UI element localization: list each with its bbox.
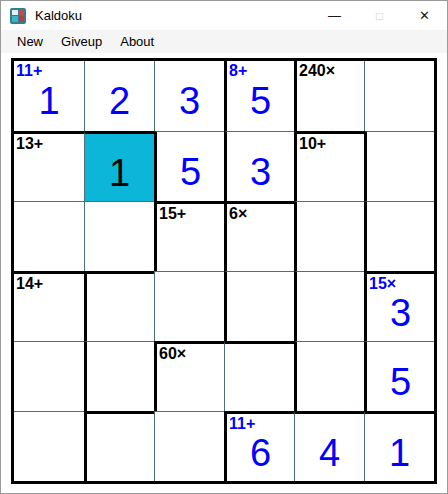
cell-r5c4[interactable]	[224, 341, 294, 411]
cage-clue: 15×	[369, 274, 396, 293]
cell-r6c3[interactable]	[154, 411, 224, 481]
cell-value: 3	[179, 72, 200, 120]
cage-clue: 60×	[159, 344, 186, 363]
cell-value: 5	[390, 353, 411, 401]
cage-clue: 14+	[16, 274, 43, 293]
cell-r4c5[interactable]	[294, 271, 364, 341]
cage-clue: 15+	[159, 204, 186, 223]
cage-clue: 240×	[299, 61, 335, 80]
kaldoku-board: 11+1238+5240×13+15310+15+6×14+15×360×511…	[11, 58, 437, 484]
cage-clue: 6×	[229, 204, 247, 223]
cell-value: 5	[250, 72, 271, 120]
cell-r3c2[interactable]	[84, 201, 154, 271]
maximize-icon[interactable]: □	[357, 1, 402, 30]
close-icon[interactable]: ✕	[402, 1, 447, 30]
cell-r2c2[interactable]: 1	[84, 131, 154, 201]
cell-r6c4[interactable]: 11+6	[224, 411, 294, 481]
app-icon-tile	[12, 16, 18, 22]
cell-r3c5[interactable]	[294, 201, 364, 271]
cell-r1c1[interactable]: 11+1	[14, 61, 84, 131]
cage-clue: 13+	[16, 134, 43, 153]
cell-r2c4[interactable]: 3	[224, 131, 294, 201]
cell-r2c5[interactable]: 10+	[294, 131, 364, 201]
app-icon-tile	[19, 10, 25, 16]
board-area: 11+1238+5240×13+15310+15+6×14+15×360×511…	[11, 58, 447, 484]
cell-r6c2[interactable]	[84, 411, 154, 481]
menu-item-about[interactable]: About	[111, 30, 163, 53]
cell-r4c1[interactable]: 14+	[14, 271, 84, 341]
cell-r1c5[interactable]: 240×	[294, 61, 364, 131]
app-icon	[10, 8, 26, 24]
cell-r2c6[interactable]	[364, 131, 434, 201]
cell-r1c2[interactable]: 2	[84, 61, 154, 131]
cage-clue: 11+	[16, 61, 42, 80]
app-icon-tile	[19, 16, 25, 22]
cell-value: 5	[180, 143, 201, 191]
cage-clue: 11+	[229, 414, 255, 433]
menu-item-giveup[interactable]: Giveup	[52, 30, 111, 53]
cell-value: 1	[389, 424, 410, 472]
cell-r3c4[interactable]: 6×	[224, 201, 294, 271]
cell-r6c5[interactable]: 4	[294, 411, 364, 481]
minimize-icon[interactable]: —	[312, 1, 357, 30]
cell-r2c3[interactable]: 5	[154, 131, 224, 201]
cell-r5c1[interactable]	[14, 341, 84, 411]
cell-r1c3[interactable]: 3	[154, 61, 224, 131]
cell-r4c2[interactable]	[84, 271, 154, 341]
cell-r4c4[interactable]	[224, 271, 294, 341]
window-controls: — □ ✕	[312, 1, 447, 30]
cell-r5c3[interactable]: 60×	[154, 341, 224, 411]
cell-value: 3	[250, 143, 271, 191]
cell-r6c1[interactable]	[14, 411, 84, 481]
cell-r5c5[interactable]	[294, 341, 364, 411]
menubar: New Giveup About	[1, 30, 447, 53]
titlebar: Kaldoku — □ ✕	[1, 1, 447, 30]
cell-value: 4	[319, 424, 340, 472]
cage-clue: 8+	[229, 61, 247, 80]
cell-value: 1	[109, 144, 130, 192]
cell-r1c6[interactable]	[364, 61, 434, 131]
cell-r3c6[interactable]	[364, 201, 434, 271]
cell-value: 2	[109, 72, 130, 120]
cell-r1c4[interactable]: 8+5	[224, 61, 294, 131]
cell-r2c1[interactable]: 13+	[14, 131, 84, 201]
cell-r5c6[interactable]: 5	[364, 341, 434, 411]
cell-r4c3[interactable]	[154, 271, 224, 341]
cell-r4c6[interactable]: 15×3	[364, 271, 434, 341]
cell-r5c2[interactable]	[84, 341, 154, 411]
cell-r3c3[interactable]: 15+	[154, 201, 224, 271]
menu-item-new[interactable]: New	[8, 30, 52, 53]
window-title: Kaldoku	[35, 8, 82, 23]
cell-r3c1[interactable]	[14, 201, 84, 271]
app-icon-tile	[12, 10, 18, 16]
cell-r6c6[interactable]: 1	[364, 411, 434, 481]
cage-clue: 10+	[299, 134, 326, 153]
